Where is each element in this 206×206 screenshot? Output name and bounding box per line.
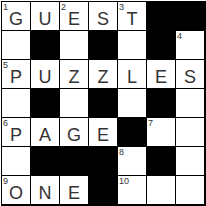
white-cell-r4c1[interactable] [2,89,30,117]
cell-letter: S [89,10,117,28]
cell-letter: E [60,184,88,202]
white-cell-r1c3[interactable]: 2E [60,2,88,30]
white-cell-r5c6[interactable]: 7 [147,118,175,146]
cell-letter: U [31,10,59,28]
white-cell-r3c6[interactable]: E [147,60,175,88]
cell-letter: L [118,68,146,86]
black-cell-r4c2 [31,89,59,117]
white-cell-r1c1[interactable]: 1G [2,2,30,30]
white-cell-r3c3[interactable]: Z [60,60,88,88]
black-cell-r2c2 [31,31,59,59]
white-cell-r7c3[interactable]: E [60,176,88,204]
black-cell-r4c6 [147,89,175,117]
white-cell-r7c7[interactable] [176,176,204,204]
white-cell-r5c1[interactable]: 6P [2,118,30,146]
crossword-grid: 1GU2ES3T45PUZZLES6PAGE789ONE10 [1,1,206,206]
black-cell-r1c7 [176,2,204,30]
cell-letter: G [60,126,88,144]
clue-number: 10 [119,176,129,186]
white-cell-r6c7[interactable] [176,147,204,175]
cell-letter: Z [60,68,88,86]
cell-letter: E [147,68,175,86]
white-cell-r5c7[interactable] [176,118,204,146]
black-cell-r2c6 [147,31,175,59]
cell-letter: P [2,126,30,144]
cell-letter: Z [89,68,117,86]
white-cell-r7c1[interactable]: 9O [2,176,30,204]
cell-letter: A [31,126,59,144]
white-cell-r2c7[interactable]: 4 [176,31,204,59]
cell-letter: E [89,126,117,144]
white-cell-r4c5[interactable] [118,89,146,117]
black-cell-r7c4 [89,176,117,204]
black-cell-r2c4 [89,31,117,59]
cell-letter: O [2,184,30,202]
cell-letter: S [176,68,204,86]
black-cell-r6c6 [147,147,175,175]
white-cell-r3c2[interactable]: U [31,60,59,88]
black-cell-r6c2 [31,147,59,175]
black-cell-r6c4 [89,147,117,175]
white-cell-r2c1[interactable] [2,31,30,59]
white-cell-r7c5[interactable]: 10 [118,176,146,204]
clue-number: 8 [119,147,124,157]
cell-letter: N [31,184,59,202]
white-cell-r3c7[interactable]: S [176,60,204,88]
white-cell-r5c2[interactable]: A [31,118,59,146]
white-cell-r7c2[interactable]: N [31,176,59,204]
black-cell-r1c6 [147,2,175,30]
black-cell-r6c3 [60,147,88,175]
white-cell-r1c2[interactable]: U [31,2,59,30]
cell-letter: E [60,10,88,28]
white-cell-r1c4[interactable]: S [89,2,117,30]
white-cell-r3c1[interactable]: 5P [2,60,30,88]
white-cell-r4c3[interactable] [60,89,88,117]
white-cell-r5c3[interactable]: G [60,118,88,146]
white-cell-r4c7[interactable] [176,89,204,117]
cell-letter: P [2,68,30,86]
white-cell-r5c4[interactable]: E [89,118,117,146]
white-cell-r3c5[interactable]: L [118,60,146,88]
white-cell-r3c4[interactable]: Z [89,60,117,88]
white-cell-r1c5[interactable]: 3T [118,2,146,30]
cell-letter: T [118,10,146,28]
white-cell-r6c5[interactable]: 8 [118,147,146,175]
cell-letter: U [31,68,59,86]
black-cell-r4c4 [89,89,117,117]
clue-number: 4 [177,31,182,41]
white-cell-r2c3[interactable] [60,31,88,59]
white-cell-r2c5[interactable] [118,31,146,59]
white-cell-r6c1[interactable] [2,147,30,175]
cell-letter: G [2,10,30,28]
clue-number: 7 [148,118,153,128]
white-cell-r7c6[interactable] [147,176,175,204]
black-cell-r5c5 [118,118,146,146]
